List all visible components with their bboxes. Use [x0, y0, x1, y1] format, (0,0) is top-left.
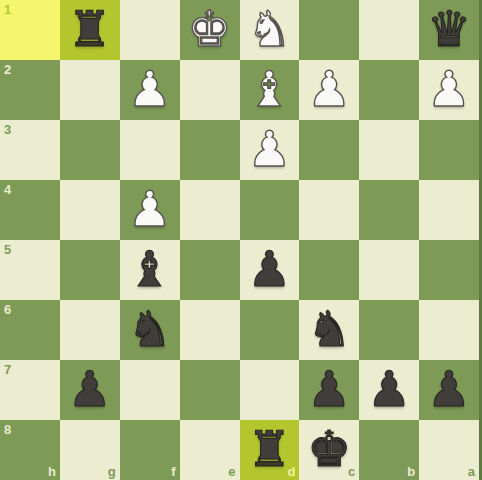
- rank-label-8: 8: [4, 422, 11, 437]
- square-c7[interactable]: ♟: [299, 360, 359, 420]
- square-e6[interactable]: [180, 300, 240, 360]
- square-a3[interactable]: [419, 120, 479, 180]
- square-d5[interactable]: ♟: [240, 240, 300, 300]
- square-h2[interactable]: 2: [0, 60, 60, 120]
- white-pawn-f2[interactable]: ♟: [128, 60, 172, 120]
- square-h1[interactable]: 1: [0, 0, 60, 60]
- square-d1[interactable]: ♞: [240, 0, 300, 60]
- square-g8[interactable]: g: [60, 420, 120, 480]
- square-h8[interactable]: 8h: [0, 420, 60, 480]
- square-c4[interactable]: [299, 180, 359, 240]
- black-knight-c6[interactable]: ♞: [307, 300, 351, 360]
- square-e1[interactable]: ♚: [180, 0, 240, 60]
- square-f3[interactable]: [120, 120, 180, 180]
- square-b2[interactable]: [359, 60, 419, 120]
- rank-label-6: 6: [4, 302, 11, 317]
- square-c3[interactable]: [299, 120, 359, 180]
- square-d3[interactable]: ♟: [240, 120, 300, 180]
- file-label-e: e: [228, 464, 235, 479]
- white-pawn-d3[interactable]: ♟: [247, 120, 291, 180]
- file-label-b: b: [407, 464, 415, 479]
- rank-label-4: 4: [4, 182, 11, 197]
- square-e3[interactable]: [180, 120, 240, 180]
- square-g4[interactable]: [60, 180, 120, 240]
- square-f6[interactable]: ♞: [120, 300, 180, 360]
- square-f1[interactable]: [120, 0, 180, 60]
- white-bishop-d2[interactable]: ♝: [247, 60, 291, 120]
- square-b4[interactable]: [359, 180, 419, 240]
- rank-label-7: 7: [4, 362, 11, 377]
- rank-label-5: 5: [4, 242, 11, 257]
- square-e4[interactable]: [180, 180, 240, 240]
- square-e5[interactable]: [180, 240, 240, 300]
- square-f7[interactable]: [120, 360, 180, 420]
- file-label-a: a: [468, 464, 475, 479]
- white-pawn-c2[interactable]: ♟: [307, 60, 351, 120]
- square-h6[interactable]: 6: [0, 300, 60, 360]
- square-h4[interactable]: 4: [0, 180, 60, 240]
- square-g3[interactable]: [60, 120, 120, 180]
- black-king-c8[interactable]: ♚: [307, 420, 351, 480]
- white-knight-d1[interactable]: ♞: [247, 0, 291, 60]
- square-g2[interactable]: [60, 60, 120, 120]
- black-pawn-g7[interactable]: ♟: [68, 360, 112, 420]
- file-label-g: g: [108, 464, 116, 479]
- square-c5[interactable]: [299, 240, 359, 300]
- black-pawn-c7[interactable]: ♟: [307, 360, 351, 420]
- square-h3[interactable]: 3: [0, 120, 60, 180]
- file-label-f: f: [171, 464, 175, 479]
- rank-label-2: 2: [4, 62, 11, 77]
- black-pawn-b7[interactable]: ♟: [367, 360, 411, 420]
- square-e7[interactable]: [180, 360, 240, 420]
- square-b1[interactable]: [359, 0, 419, 60]
- black-rook-d8[interactable]: ♜: [247, 420, 291, 480]
- square-h7[interactable]: 7: [0, 360, 60, 420]
- square-a4[interactable]: [419, 180, 479, 240]
- square-b6[interactable]: [359, 300, 419, 360]
- square-d7[interactable]: [240, 360, 300, 420]
- black-queen-a1[interactable]: ♛: [427, 0, 471, 60]
- rank-label-1: 1: [4, 2, 11, 17]
- square-f5[interactable]: ♝: [120, 240, 180, 300]
- square-b7[interactable]: ♟: [359, 360, 419, 420]
- square-b3[interactable]: [359, 120, 419, 180]
- white-king-e1[interactable]: ♚: [188, 0, 232, 60]
- square-f4[interactable]: ♟: [120, 180, 180, 240]
- black-knight-f6[interactable]: ♞: [128, 300, 172, 360]
- square-a8[interactable]: a: [419, 420, 479, 480]
- square-g1[interactable]: ♜: [60, 0, 120, 60]
- square-f8[interactable]: f: [120, 420, 180, 480]
- square-g7[interactable]: ♟: [60, 360, 120, 420]
- white-pawn-f4[interactable]: ♟: [128, 180, 172, 240]
- square-a7[interactable]: ♟: [419, 360, 479, 420]
- square-c6[interactable]: ♞: [299, 300, 359, 360]
- chess-board: 1♜♚♞♛2♟♝♟♟3♟4♟5♝♟6♞♞7♟♟♟♟8hgfed♜c♚ba: [0, 0, 482, 480]
- black-rook-g1[interactable]: ♜: [68, 0, 112, 60]
- square-a2[interactable]: ♟: [419, 60, 479, 120]
- file-label-h: h: [48, 464, 56, 479]
- rank-label-3: 3: [4, 122, 11, 137]
- square-c8[interactable]: c♚: [299, 420, 359, 480]
- square-c2[interactable]: ♟: [299, 60, 359, 120]
- square-f2[interactable]: ♟: [120, 60, 180, 120]
- square-a1[interactable]: ♛: [419, 0, 479, 60]
- white-pawn-a2[interactable]: ♟: [427, 60, 471, 120]
- square-h5[interactable]: 5: [0, 240, 60, 300]
- square-d4[interactable]: [240, 180, 300, 240]
- black-bishop-f5[interactable]: ♝: [128, 240, 172, 300]
- square-g5[interactable]: [60, 240, 120, 300]
- square-e2[interactable]: [180, 60, 240, 120]
- square-g6[interactable]: [60, 300, 120, 360]
- square-d6[interactable]: [240, 300, 300, 360]
- black-pawn-a7[interactable]: ♟: [427, 360, 471, 420]
- square-b8[interactable]: b: [359, 420, 419, 480]
- square-a6[interactable]: [419, 300, 479, 360]
- square-d8[interactable]: d♜: [240, 420, 300, 480]
- black-pawn-d5[interactable]: ♟: [247, 240, 291, 300]
- square-d2[interactable]: ♝: [240, 60, 300, 120]
- square-c1[interactable]: [299, 0, 359, 60]
- square-b5[interactable]: [359, 240, 419, 300]
- square-a5[interactable]: [419, 240, 479, 300]
- square-e8[interactable]: e: [180, 420, 240, 480]
